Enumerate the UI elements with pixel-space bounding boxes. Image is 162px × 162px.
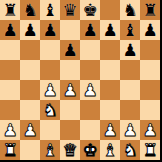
square-f5[interactable]	[100, 60, 120, 80]
chess-board: ♜♞♝♛♚♞♜♟♟♟♟♟♝♟♟♟♟♟♟♞♟♟♟♟♟♜♝♛♚♝♞♜	[0, 0, 162, 162]
square-a5[interactable]	[0, 60, 20, 80]
square-e5[interactable]	[80, 60, 100, 80]
square-h8[interactable]: ♜	[140, 0, 160, 20]
square-c1[interactable]: ♝	[40, 140, 60, 160]
square-d1[interactable]: ♛	[60, 140, 80, 160]
black-pawn: ♟	[82, 20, 97, 40]
black-pawn: ♟	[22, 20, 37, 40]
black-rook: ♜	[2, 0, 17, 20]
square-f7[interactable]: ♟	[100, 20, 120, 40]
black-bishop: ♝	[122, 20, 137, 40]
square-b1[interactable]	[20, 140, 40, 160]
square-g2[interactable]: ♟	[120, 120, 140, 140]
black-pawn: ♟	[42, 20, 57, 40]
square-c7[interactable]: ♟	[40, 20, 60, 40]
square-a4[interactable]	[0, 80, 20, 100]
square-a2[interactable]: ♟	[0, 120, 20, 140]
square-b8[interactable]: ♞	[20, 0, 40, 20]
white-rook: ♜	[142, 140, 157, 160]
white-king: ♚	[82, 140, 97, 160]
black-pawn: ♟	[142, 20, 157, 40]
square-c6[interactable]	[40, 40, 60, 60]
square-d8[interactable]: ♛	[60, 0, 80, 20]
white-knight: ♞	[42, 100, 57, 120]
square-g7[interactable]: ♝	[120, 20, 140, 40]
square-h6[interactable]	[140, 40, 160, 60]
square-g3[interactable]	[120, 100, 140, 120]
white-pawn: ♟	[142, 120, 157, 140]
white-queen: ♛	[62, 140, 77, 160]
white-pawn: ♟	[122, 120, 137, 140]
square-e7[interactable]: ♟	[80, 20, 100, 40]
square-h2[interactable]: ♟	[140, 120, 160, 140]
square-e4[interactable]: ♟	[80, 80, 100, 100]
square-f4[interactable]	[100, 80, 120, 100]
square-a8[interactable]: ♜	[0, 0, 20, 20]
white-bishop: ♝	[102, 140, 117, 160]
white-pawn: ♟	[62, 80, 77, 100]
square-b6[interactable]	[20, 40, 40, 60]
square-c3[interactable]: ♞	[40, 100, 60, 120]
square-h3[interactable]	[140, 100, 160, 120]
square-f2[interactable]: ♟	[100, 120, 120, 140]
white-knight: ♞	[122, 140, 137, 160]
white-rook: ♜	[2, 140, 17, 160]
black-pawn: ♟	[2, 20, 17, 40]
black-bishop: ♝	[42, 0, 57, 20]
square-e3[interactable]	[80, 100, 100, 120]
square-b7[interactable]: ♟	[20, 20, 40, 40]
square-d6[interactable]: ♟	[60, 40, 80, 60]
square-f8[interactable]	[100, 0, 120, 20]
square-h5[interactable]	[140, 60, 160, 80]
square-g5[interactable]	[120, 60, 140, 80]
square-g1[interactable]: ♞	[120, 140, 140, 160]
white-pawn: ♟	[22, 120, 37, 140]
square-e1[interactable]: ♚	[80, 140, 100, 160]
white-pawn: ♟	[102, 120, 117, 140]
square-a1[interactable]: ♜	[0, 140, 20, 160]
white-pawn: ♟	[2, 120, 17, 140]
square-a7[interactable]: ♟	[0, 20, 20, 40]
square-b5[interactable]	[20, 60, 40, 80]
black-king: ♚	[82, 0, 97, 20]
square-g6[interactable]: ♟	[120, 40, 140, 60]
square-c8[interactable]: ♝	[40, 0, 60, 20]
black-pawn: ♟	[122, 40, 137, 60]
square-d5[interactable]	[60, 60, 80, 80]
black-queen: ♛	[62, 0, 77, 20]
white-bishop: ♝	[42, 140, 57, 160]
square-c5[interactable]	[40, 60, 60, 80]
square-d7[interactable]	[60, 20, 80, 40]
square-c4[interactable]: ♟	[40, 80, 60, 100]
square-h7[interactable]: ♟	[140, 20, 160, 40]
square-a3[interactable]	[0, 100, 20, 120]
white-pawn: ♟	[42, 80, 57, 100]
square-d3[interactable]	[60, 100, 80, 120]
square-h1[interactable]: ♜	[140, 140, 160, 160]
square-f6[interactable]	[100, 40, 120, 60]
square-d2[interactable]	[60, 120, 80, 140]
square-e8[interactable]: ♚	[80, 0, 100, 20]
square-h4[interactable]	[140, 80, 160, 100]
square-f1[interactable]: ♝	[100, 140, 120, 160]
square-f3[interactable]	[100, 100, 120, 120]
square-a6[interactable]	[0, 40, 20, 60]
square-c2[interactable]	[40, 120, 60, 140]
square-d4[interactable]: ♟	[60, 80, 80, 100]
black-knight: ♞	[122, 0, 137, 20]
square-g8[interactable]: ♞	[120, 0, 140, 20]
black-knight: ♞	[22, 0, 37, 20]
white-pawn: ♟	[82, 80, 97, 100]
black-rook: ♜	[142, 0, 157, 20]
square-g4[interactable]	[120, 80, 140, 100]
square-e6[interactable]	[80, 40, 100, 60]
square-e2[interactable]	[80, 120, 100, 140]
black-pawn: ♟	[102, 20, 117, 40]
square-b3[interactable]	[20, 100, 40, 120]
square-b4[interactable]	[20, 80, 40, 100]
square-b2[interactable]: ♟	[20, 120, 40, 140]
black-pawn: ♟	[62, 40, 77, 60]
